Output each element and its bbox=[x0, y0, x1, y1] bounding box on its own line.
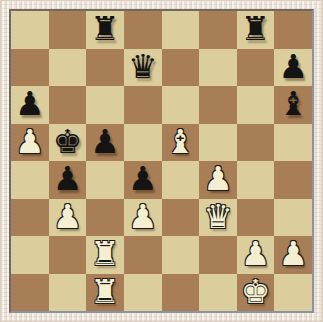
white-rook-piece: ♜ bbox=[90, 237, 120, 270]
square-d3[interactable]: ♟ bbox=[124, 199, 162, 237]
black-pawn-piece: ♟ bbox=[15, 87, 45, 120]
square-e2[interactable] bbox=[162, 236, 200, 274]
square-d1[interactable] bbox=[124, 274, 162, 312]
white-pawn-piece: ♟ bbox=[203, 162, 233, 195]
white-queen-piece: ♛ bbox=[203, 200, 233, 233]
square-a1[interactable] bbox=[11, 274, 49, 312]
square-g7[interactable] bbox=[237, 49, 275, 87]
black-pawn-piece: ♟ bbox=[278, 50, 308, 83]
black-king-piece: ♚ bbox=[53, 125, 83, 158]
square-a2[interactable] bbox=[11, 236, 49, 274]
square-g5[interactable] bbox=[237, 124, 275, 162]
white-bishop-piece: ♝ bbox=[166, 125, 196, 158]
square-c6[interactable] bbox=[86, 86, 124, 124]
square-b5[interactable]: ♚ bbox=[49, 124, 87, 162]
square-d2[interactable] bbox=[124, 236, 162, 274]
square-c2[interactable]: ♜ bbox=[86, 236, 124, 274]
square-c7[interactable] bbox=[86, 49, 124, 87]
square-c5[interactable]: ♟ bbox=[86, 124, 124, 162]
square-d4[interactable]: ♟ bbox=[124, 161, 162, 199]
black-pawn-piece: ♟ bbox=[128, 162, 158, 195]
square-h5[interactable] bbox=[274, 124, 312, 162]
square-h8[interactable] bbox=[274, 11, 312, 49]
white-rook-piece: ♜ bbox=[90, 275, 120, 308]
square-c1[interactable]: ♜ bbox=[86, 274, 124, 312]
square-e7[interactable] bbox=[162, 49, 200, 87]
square-e5[interactable]: ♝ bbox=[162, 124, 200, 162]
square-h3[interactable] bbox=[274, 199, 312, 237]
chess-board: ♜♜♛♟♟♝♟♚♟♝♟♟♟♟♟♛♜♟♟♜♚ bbox=[11, 11, 312, 311]
board-border: ♜♜♛♟♟♝♟♚♟♝♟♟♟♟♟♛♜♟♟♜♚ bbox=[9, 9, 314, 313]
square-e6[interactable] bbox=[162, 86, 200, 124]
black-bishop-piece: ♝ bbox=[278, 87, 308, 120]
square-e8[interactable] bbox=[162, 11, 200, 49]
square-h1[interactable] bbox=[274, 274, 312, 312]
board-frame: ♜♜♛♟♟♝♟♚♟♝♟♟♟♟♟♛♜♟♟♜♚ bbox=[0, 0, 323, 322]
black-pawn-piece: ♟ bbox=[90, 125, 120, 158]
square-b1[interactable] bbox=[49, 274, 87, 312]
white-king-piece: ♚ bbox=[241, 275, 271, 308]
black-pawn-piece: ♟ bbox=[53, 162, 83, 195]
square-g4[interactable] bbox=[237, 161, 275, 199]
white-pawn-piece: ♟ bbox=[128, 200, 158, 233]
square-f2[interactable] bbox=[199, 236, 237, 274]
square-g8[interactable]: ♜ bbox=[237, 11, 275, 49]
square-a8[interactable] bbox=[11, 11, 49, 49]
square-c3[interactable] bbox=[86, 199, 124, 237]
square-c8[interactable]: ♜ bbox=[86, 11, 124, 49]
square-h6[interactable]: ♝ bbox=[274, 86, 312, 124]
square-d8[interactable] bbox=[124, 11, 162, 49]
white-pawn-piece: ♟ bbox=[278, 237, 308, 270]
square-b2[interactable] bbox=[49, 236, 87, 274]
square-b3[interactable]: ♟ bbox=[49, 199, 87, 237]
black-rook-piece: ♜ bbox=[90, 12, 120, 45]
white-pawn-piece: ♟ bbox=[15, 125, 45, 158]
black-rook-piece: ♜ bbox=[241, 12, 271, 45]
square-d5[interactable] bbox=[124, 124, 162, 162]
square-f7[interactable] bbox=[199, 49, 237, 87]
square-b4[interactable]: ♟ bbox=[49, 161, 87, 199]
square-g3[interactable] bbox=[237, 199, 275, 237]
square-a4[interactable] bbox=[11, 161, 49, 199]
square-f3[interactable]: ♛ bbox=[199, 199, 237, 237]
square-h2[interactable]: ♟ bbox=[274, 236, 312, 274]
square-c4[interactable] bbox=[86, 161, 124, 199]
square-g2[interactable]: ♟ bbox=[237, 236, 275, 274]
square-a3[interactable] bbox=[11, 199, 49, 237]
square-f1[interactable] bbox=[199, 274, 237, 312]
square-e3[interactable] bbox=[162, 199, 200, 237]
square-f8[interactable] bbox=[199, 11, 237, 49]
square-b7[interactable] bbox=[49, 49, 87, 87]
white-pawn-piece: ♟ bbox=[53, 200, 83, 233]
square-a5[interactable]: ♟ bbox=[11, 124, 49, 162]
square-h4[interactable] bbox=[274, 161, 312, 199]
square-f5[interactable] bbox=[199, 124, 237, 162]
square-e1[interactable] bbox=[162, 274, 200, 312]
square-d6[interactable] bbox=[124, 86, 162, 124]
square-a7[interactable] bbox=[11, 49, 49, 87]
square-b8[interactable] bbox=[49, 11, 87, 49]
square-d7[interactable]: ♛ bbox=[124, 49, 162, 87]
square-b6[interactable] bbox=[49, 86, 87, 124]
black-queen-piece: ♛ bbox=[128, 50, 158, 83]
white-pawn-piece: ♟ bbox=[241, 237, 271, 270]
square-g6[interactable] bbox=[237, 86, 275, 124]
square-a6[interactable]: ♟ bbox=[11, 86, 49, 124]
square-f4[interactable]: ♟ bbox=[199, 161, 237, 199]
square-g1[interactable]: ♚ bbox=[237, 274, 275, 312]
square-e4[interactable] bbox=[162, 161, 200, 199]
square-h7[interactable]: ♟ bbox=[274, 49, 312, 87]
square-f6[interactable] bbox=[199, 86, 237, 124]
